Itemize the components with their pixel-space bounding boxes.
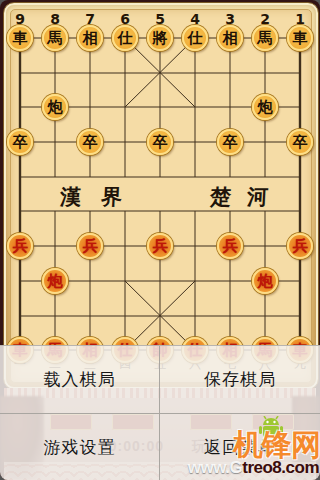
piece-character: 兵 — [13, 233, 28, 259]
xiangqi-piece-black[interactable]: 馬 — [252, 25, 278, 51]
piece-character: 相 — [223, 25, 238, 51]
xiangqi-piece-black[interactable]: 卒 — [287, 129, 313, 155]
piece-character: 卒 — [293, 129, 308, 155]
piece-character: 車 — [13, 25, 28, 51]
xiangqi-piece-black[interactable]: 仕 — [112, 25, 138, 51]
xiangqi-piece-black[interactable]: 相 — [217, 25, 243, 51]
xiangqi-piece-black[interactable]: 仕 — [182, 25, 208, 51]
river-text-right: 楚河 — [209, 183, 268, 211]
xiangqi-piece-black[interactable]: 炮 — [252, 94, 278, 120]
xiangqi-piece-red[interactable]: 兵 — [7, 233, 33, 259]
piece-character: 炮 — [258, 94, 273, 120]
piece-character: 仕 — [188, 25, 203, 51]
piece-character: 卒 — [83, 129, 98, 155]
load-game-label: 载入棋局 — [44, 368, 116, 391]
piece-character: 馬 — [48, 25, 63, 51]
piece-character: 兵 — [223, 233, 238, 259]
xiangqi-piece-black[interactable]: 將 — [147, 25, 173, 51]
piece-character: 車 — [293, 25, 308, 51]
game-settings-button[interactable]: 游戏设置 — [0, 414, 160, 480]
piece-character: 將 — [153, 25, 168, 51]
xiangqi-piece-black[interactable]: 卒 — [217, 129, 243, 155]
xiangqi-app-screen: 987654321 一二三四五六七八九 漢界 楚河 車馬相仕將仕相馬車炮炮卒卒卒… — [0, 0, 320, 480]
piece-character: 炮 — [48, 268, 63, 294]
load-game-button[interactable]: 载入棋局 — [0, 346, 160, 414]
river-text-left: 漢界 — [59, 183, 122, 211]
piece-character: 炮 — [48, 94, 63, 120]
xiangqi-piece-red[interactable]: 炮 — [42, 268, 68, 294]
piece-character: 相 — [83, 25, 98, 51]
xiangqi-piece-black[interactable]: 車 — [7, 25, 33, 51]
piece-character: 炮 — [258, 268, 273, 294]
xiangqi-piece-red[interactable]: 兵 — [287, 233, 313, 259]
xiangqi-piece-red[interactable]: 兵 — [147, 233, 173, 259]
piece-character: 卒 — [13, 129, 28, 155]
piece-character: 馬 — [258, 25, 273, 51]
xiangqi-piece-black[interactable]: 卒 — [77, 129, 103, 155]
watermark-url: www.Gtreo8.com — [188, 458, 319, 478]
xiangqi-piece-red[interactable]: 兵 — [217, 233, 243, 259]
piece-character: 仕 — [118, 25, 133, 51]
piece-character: 卒 — [223, 129, 238, 155]
save-game-label: 保存棋局 — [204, 368, 276, 391]
xiangqi-piece-black[interactable]: 炮 — [42, 94, 68, 120]
game-settings-label: 游戏设置 — [44, 436, 116, 459]
xiangqi-piece-black[interactable]: 相 — [77, 25, 103, 51]
save-game-button[interactable]: 保存棋局 — [160, 346, 320, 414]
xiangqi-piece-black[interactable]: 卒 — [147, 129, 173, 155]
piece-character: 卒 — [153, 129, 168, 155]
xiangqi-piece-red[interactable]: 兵 — [77, 233, 103, 259]
piece-character: 兵 — [293, 233, 308, 259]
xiangqi-piece-black[interactable]: 車 — [287, 25, 313, 51]
piece-character: 兵 — [83, 233, 98, 259]
xiangqi-piece-red[interactable]: 炮 — [252, 268, 278, 294]
xiangqi-piece-black[interactable]: 馬 — [42, 25, 68, 51]
piece-character: 兵 — [153, 233, 168, 259]
xiangqi-piece-black[interactable]: 卒 — [7, 129, 33, 155]
